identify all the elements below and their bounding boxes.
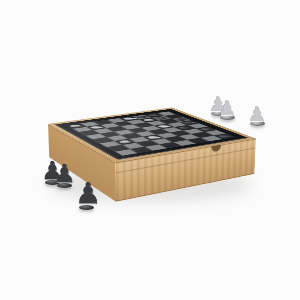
piece-gunmetal-P-g4[interactable]: ♟ (175, 127, 197, 128)
square-b2[interactable] (121, 143, 144, 149)
square-f3[interactable] (169, 130, 191, 136)
captured-gunmetal-2[interactable]: ♟ (53, 161, 75, 188)
piece-silver-P-f7[interactable]: ♟ (139, 119, 160, 120)
piece-gunmetal-K-h5[interactable]: ♚ (179, 122, 200, 124)
square-c3[interactable] (128, 137, 150, 143)
square-a3[interactable] (99, 141, 121, 147)
captured-silver-3[interactable]: ♟ (246, 104, 268, 126)
piece-silver-P-f5[interactable]: ♟ (154, 126, 176, 127)
square-b1[interactable] (129, 147, 152, 154)
square-e1[interactable] (173, 140, 196, 146)
captured-piece-glyph: ♟ (246, 104, 268, 124)
square-b5[interactable] (99, 132, 120, 138)
square-g2[interactable] (191, 132, 213, 138)
square-a2[interactable] (106, 145, 129, 152)
square-f1[interactable] (186, 138, 209, 144)
captured-piece-glyph: ♟ (53, 161, 75, 186)
captured-silver-2[interactable]: ♟ (216, 98, 238, 120)
drawer-notch[interactable] (212, 144, 222, 152)
piece-silver-Q-e8[interactable]: ♛ (120, 118, 141, 120)
square-c1[interactable] (144, 144, 167, 150)
piece-gunmetal-P-h6[interactable]: ♟ (172, 119, 193, 120)
captured-gunmetal-3[interactable]: ♟ (75, 179, 97, 210)
captured-piece-glyph: ♟ (216, 98, 238, 118)
square-f2[interactable] (178, 134, 200, 140)
square-c4[interactable] (121, 133, 143, 139)
square-d2[interactable] (150, 138, 172, 144)
square-a4[interactable] (92, 137, 114, 143)
piece-silver-P-a8[interactable]: ♟ (66, 125, 88, 126)
square-a5[interactable] (85, 134, 106, 140)
square-g1[interactable] (200, 136, 223, 142)
square-b4[interactable] (106, 135, 128, 141)
piece-gunmetal-P-h3[interactable]: ♟ (196, 128, 218, 129)
square-d1[interactable] (159, 142, 182, 148)
square-c2[interactable] (136, 140, 159, 146)
square-a1[interactable] (114, 149, 137, 156)
product-photo-scene: ♟♛♟♟♟♟♟♟♟♚♟♟♞♟♜ ♟♟♟ ♟♟♟ (0, 0, 300, 300)
piece-silver-P-b7[interactable]: ♟ (86, 127, 108, 128)
square-e2[interactable] (164, 136, 186, 142)
captured-piece-glyph: ♟ (75, 179, 97, 208)
